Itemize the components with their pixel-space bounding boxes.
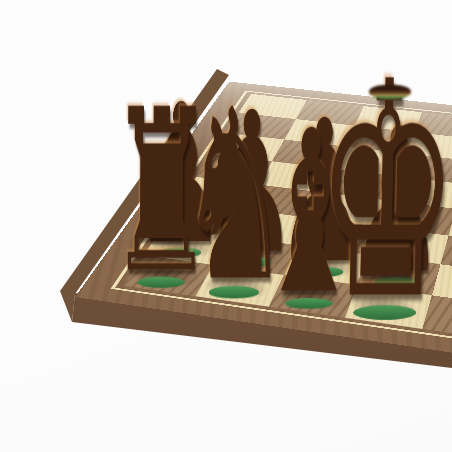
felt-base [353, 305, 416, 320]
chess-board: ♟♟♟♟♜♞♝♚ [75, 82, 452, 405]
felt-base [209, 287, 259, 299]
distant-piece-base [369, 85, 411, 99]
chessboard-photo-stage: ♟♟♟♟♜♞♝♚ [0, 0, 452, 452]
